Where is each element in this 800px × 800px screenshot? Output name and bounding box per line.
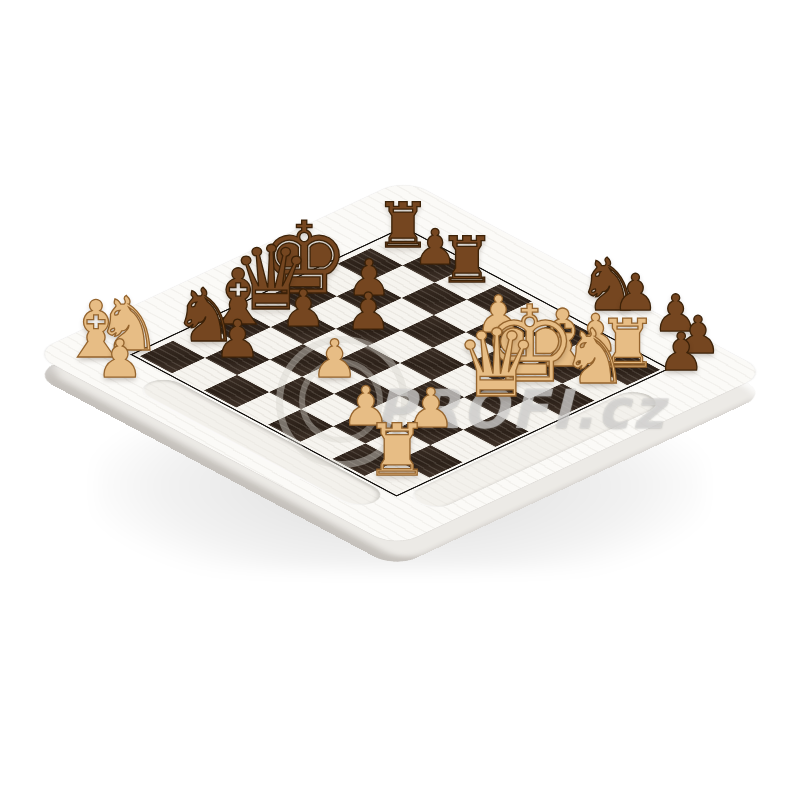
pieces-layer: ♜♚♛♝♞♟♟♟♟♜♟♟♟♟♟♝♚♛♟♜♞♜♝♞♟♞♟♟♟♟ — [0, 0, 800, 800]
piece-white-knight-b1[interactable]: ♞ — [561, 319, 629, 395]
piece-white-pawn[interactable]: ♟ — [96, 333, 143, 386]
piece-white-queen-d2[interactable]: ♛ — [455, 317, 539, 411]
piece-black-pawn[interactable]: ♟ — [658, 326, 705, 378]
piece-black-pawn-g7[interactable]: ♟ — [214, 314, 261, 366]
product-photo-scene: PROFI.cz ♜♚♛♝♞♟♟♟♟♜♟♟♟♟♟♝♚♛♟♜♞♜♝♞♟♞♟♟♟♟ — [0, 0, 800, 800]
piece-white-rook-h1[interactable]: ♜ — [365, 415, 429, 487]
